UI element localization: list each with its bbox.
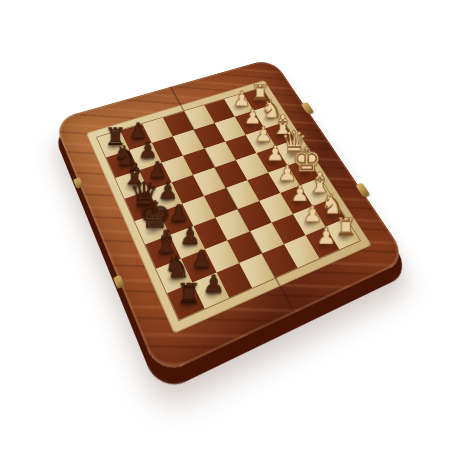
chess-set-photo-scene: ♜♟♟♜♞♟♟♞♝♟♟♝♛♟♟♛♚♟♟♚♝♟♟♝♞♟♟♞♜♟♟♜ xyxy=(0,0,458,458)
brass-hinge-icon xyxy=(73,178,84,190)
board-grid: ♜♟♟♜♞♟♟♞♝♟♟♝♛♟♟♛♚♟♟♚♝♟♟♝♞♟♟♞♜♟♟♜ xyxy=(96,87,361,321)
black-rook[interactable]: ♜ xyxy=(163,280,214,307)
brass-hinge-icon xyxy=(113,275,125,289)
brass-latch-icon xyxy=(355,182,370,197)
chess-board: ♜♟♟♜♞♟♟♞♝♟♟♝♛♟♟♛♚♟♟♚♝♟♟♝♞♟♟♞♜♟♟♜ xyxy=(53,58,408,377)
